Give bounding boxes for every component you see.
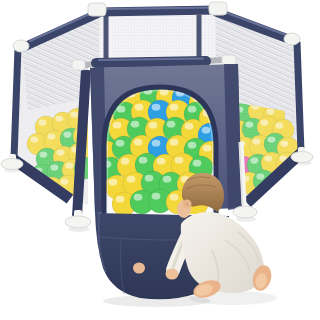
- back-left-connector: [88, 3, 106, 16]
- ball-highlight: [131, 121, 140, 128]
- playpen-scene: [0, 0, 320, 320]
- ball-highlight: [134, 139, 143, 146]
- left-corner-seam: [14, 48, 18, 158]
- ball-highlight: [160, 89, 169, 96]
- back-top-rail: [97, 10, 217, 12]
- ball-highlight: [185, 123, 194, 130]
- ball-highlight: [157, 158, 166, 165]
- ball-highlight: [135, 104, 144, 111]
- ball-highlight: [170, 104, 179, 111]
- ball-highlight: [175, 157, 184, 164]
- front-rail-cap-left: [72, 60, 85, 70]
- left-corner-connector: [13, 40, 29, 52]
- ball-highlight: [116, 140, 125, 147]
- ball-highlight: [149, 122, 158, 129]
- ball-highlight: [202, 127, 211, 134]
- ball-highlight: [116, 196, 125, 203]
- ball-highlight: [152, 140, 161, 147]
- baby-right-hand: [166, 269, 179, 280]
- ball-highlight: [113, 122, 122, 129]
- ball-highlight: [188, 142, 197, 149]
- ball-highlight: [163, 176, 172, 183]
- right-corner-connector: [284, 33, 300, 45]
- ball-highlight: [170, 194, 179, 201]
- ball-highlight: [127, 176, 136, 183]
- ball-highlight: [139, 157, 148, 164]
- right-corner-seam: [297, 42, 301, 152]
- front-rail-cap-right: [222, 55, 236, 65]
- ball-highlight: [170, 139, 179, 146]
- ball-highlight: [188, 106, 197, 113]
- ball-highlight: [145, 175, 154, 182]
- ball-highlight: [167, 121, 176, 128]
- front-right-foot: [233, 206, 257, 218]
- baby-left-hand: [133, 263, 145, 274]
- back-right-connector: [209, 2, 227, 15]
- ball-highlight: [152, 193, 161, 200]
- ball-highlight: [109, 179, 118, 186]
- ball-highlight: [152, 104, 161, 111]
- ball-highlight: [134, 194, 143, 201]
- ball-highlight: [203, 145, 212, 152]
- ball-highlight: [121, 158, 130, 165]
- product-photo: [0, 0, 320, 320]
- ball-highlight: [193, 160, 202, 167]
